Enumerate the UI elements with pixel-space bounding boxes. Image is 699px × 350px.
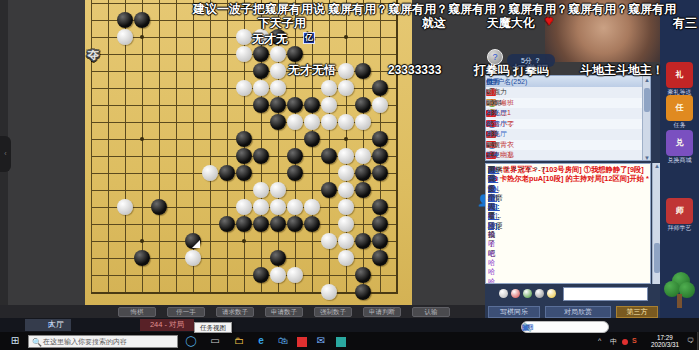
拜师学艺-icon[interactable]: 师 <box>666 198 693 224</box>
white-stone[interactable] <box>338 80 354 96</box>
edge-icon[interactable]: e <box>254 335 268 347</box>
任务-label: 任务 <box>662 121 697 130</box>
taskview-tooltip: 任务视图 <box>194 322 232 333</box>
任务-icon[interactable]: 任 <box>666 95 693 121</box>
screen: ‹ 👤 52人 悔棋停一手请求数子申请数子强制数子申请判断认输 ⊞ 大厅 244… <box>0 0 699 350</box>
tab-hall[interactable]: ⊞ 大厅 <box>25 319 71 331</box>
black-stone[interactable] <box>372 131 388 147</box>
black-stone[interactable] <box>253 97 269 113</box>
white-stone[interactable] <box>270 46 286 62</box>
taskview-icon[interactable]: ▭ <box>208 335 222 347</box>
action-button-认输[interactable]: 认输 <box>412 307 450 317</box>
chat-input[interactable] <box>563 287 648 301</box>
white-stone[interactable] <box>321 97 337 113</box>
store-icon[interactable]: 🛍 <box>276 335 290 347</box>
black-stone[interactable] <box>372 80 388 96</box>
black-stone[interactable] <box>287 46 303 62</box>
black-stone[interactable] <box>270 97 286 113</box>
black-stone[interactable] <box>355 233 371 249</box>
white-stone[interactable] <box>321 114 337 130</box>
white-stone[interactable] <box>236 80 252 96</box>
tray-sogou-icon[interactable]: S <box>632 337 637 344</box>
player-row[interactable]: 端丽青衣6段14544围观 <box>486 140 644 151</box>
tab-game-244[interactable]: 244 - 对局 <box>140 319 194 331</box>
拜师学艺-label: 拜师学艺 <box>662 224 697 233</box>
player-location: 围观 <box>486 140 518 151</box>
black-stone[interactable] <box>185 233 201 249</box>
right-icon-strip: 礼豪礼等送任任务兑兑换商城师拜师学艺 <box>660 0 699 318</box>
ime-skin-icon[interactable]: ▣ <box>522 323 530 333</box>
netease-icon[interactable] <box>297 337 307 347</box>
action-button-强制数子[interactable]: 强制数子 <box>314 307 352 317</box>
black-stone[interactable] <box>253 216 269 232</box>
white-stone[interactable] <box>338 165 354 181</box>
file-explorer-icon[interactable]: 🗀 <box>232 335 246 347</box>
white-stone[interactable] <box>253 199 269 215</box>
player-list[interactable]: 用户名(252)棋力胜负位置 黑点力1段00围观残天遍班6段1064656围观争… <box>485 75 651 161</box>
mail-icon[interactable]: ✉ <box>314 335 328 347</box>
black-stone[interactable] <box>151 199 167 215</box>
black-stone[interactable] <box>270 114 286 130</box>
star-point <box>140 239 144 243</box>
black-stone[interactable] <box>270 250 286 266</box>
white-stone[interactable] <box>355 114 371 130</box>
board-bottom-edge <box>91 292 398 294</box>
last-move-marker <box>192 240 200 248</box>
danmaku-avatar: ? <box>487 49 503 65</box>
white-stone[interactable] <box>236 199 252 215</box>
app-icon[interactable] <box>336 337 346 347</box>
action-button-申请数子[interactable]: 申请数子 <box>265 307 303 317</box>
game-action-bar: 悔棋停一手请求数子申请数子强制数子申请判断认输 <box>0 305 485 318</box>
star-point <box>344 35 348 39</box>
white-stone[interactable] <box>304 199 320 215</box>
tray-chevron-icon[interactable]: ^ <box>598 337 601 344</box>
panel-tab-3[interactable]: 第三方 <box>616 306 658 318</box>
black-stone[interactable] <box>287 148 303 164</box>
panel-tab-1[interactable]: 写棋同乐 <box>488 306 540 318</box>
black-stone[interactable] <box>304 131 320 147</box>
black-stone[interactable] <box>372 199 388 215</box>
white-stone[interactable] <box>321 80 337 96</box>
black-stone[interactable] <box>355 97 371 113</box>
board-right-edge <box>396 0 398 294</box>
chat-log[interactable]: 入时至 [1段]: 就喵烟影之环宛 [1段]: 死了ma?司子宝欢娘 [1段]:… <box>485 163 651 284</box>
white-stone[interactable] <box>253 80 269 96</box>
star-point <box>242 239 246 243</box>
white-stone[interactable] <box>338 216 354 232</box>
white-stone[interactable] <box>185 250 201 266</box>
white-stone[interactable] <box>338 250 354 266</box>
player-location: 月光厅 <box>486 129 518 140</box>
black-stone[interactable] <box>236 131 252 147</box>
white-stone[interactable] <box>270 63 286 79</box>
black-stone[interactable] <box>253 148 269 164</box>
white-stone[interactable] <box>117 199 133 215</box>
white-stone[interactable] <box>355 148 371 164</box>
taskbar-search[interactable]: 🔍 在这里输入你要搜索的内容 <box>28 335 178 348</box>
black-stone[interactable] <box>321 148 337 164</box>
black-stone[interactable] <box>355 267 371 283</box>
white-stone[interactable] <box>321 284 337 300</box>
action-button-悔棋[interactable]: 悔棋 <box>118 307 156 317</box>
black-stone[interactable] <box>287 165 303 181</box>
sogou-ime-bar[interactable]: S 中 。 ⌨ 🔧 ▣ <box>521 321 609 333</box>
player-location: 围观 <box>486 98 518 109</box>
white-stone[interactable] <box>338 63 354 79</box>
panel-tab-2[interactable]: 对局欣赏 <box>545 306 611 318</box>
star-point <box>140 35 144 39</box>
scroll-down-icon[interactable]: ▼ <box>644 154 650 161</box>
black-stone[interactable] <box>219 165 235 181</box>
black-stone[interactable] <box>372 216 388 232</box>
豪礼等送-icon[interactable]: 礼 <box>666 62 693 88</box>
player-location: 玉座 <box>486 150 518 161</box>
emoticon-button[interactable] <box>523 289 532 298</box>
white-stone[interactable] <box>304 114 320 130</box>
black-stone[interactable] <box>236 165 252 181</box>
white-stone[interactable] <box>253 29 269 45</box>
black-stone[interactable] <box>372 148 388 164</box>
chat-scrollbar[interactable]: ▲ <box>652 163 660 284</box>
emoticon-button[interactable] <box>535 289 544 298</box>
white-stone[interactable] <box>338 182 354 198</box>
white-stone[interactable] <box>338 199 354 215</box>
taskbar-clock[interactable]: 17:29 2020/3/31 <box>645 334 685 348</box>
black-stone[interactable] <box>236 216 252 232</box>
black-stone[interactable] <box>304 216 320 232</box>
white-stone[interactable] <box>117 29 133 45</box>
white-stone[interactable] <box>287 114 303 130</box>
black-stone[interactable] <box>253 63 269 79</box>
star-point <box>344 137 348 141</box>
action-button-申请判断[interactable]: 申请判断 <box>363 307 401 317</box>
black-stone[interactable] <box>321 182 337 198</box>
white-stone[interactable] <box>253 182 269 198</box>
player-row[interactable]: 五路小零6段652落雪厅 <box>486 119 644 130</box>
white-stone[interactable] <box>270 80 286 96</box>
right-panel: 用户名(252)棋力胜负位置 黑点力1段00围观残天遍班6段1064656围观争… <box>485 75 660 318</box>
black-stone[interactable] <box>219 216 235 232</box>
white-stone[interactable] <box>338 233 354 249</box>
tray-ime-icon[interactable]: 中 <box>610 337 617 347</box>
search-icon: 🔍 <box>32 337 42 348</box>
player-row[interactable]: 残天遍班6段1064656围观 <box>486 98 644 109</box>
danmaku-text: 就这 <box>422 16 446 30</box>
white-stone[interactable] <box>202 165 218 181</box>
black-stone[interactable] <box>355 284 371 300</box>
black-stone[interactable] <box>287 216 303 232</box>
player-row[interactable]: 争心思16段229280月光厅 <box>486 108 644 119</box>
action-button-停一手[interactable]: 停一手 <box>167 307 205 317</box>
player-location: 月光厅 <box>486 108 518 119</box>
player-list-header[interactable]: 用户名(252)棋力胜负位置 <box>486 76 644 87</box>
black-stone[interactable] <box>355 182 371 198</box>
scroll-thumb[interactable] <box>644 88 650 112</box>
white-stone[interactable] <box>270 267 286 283</box>
emoticon-button[interactable] <box>499 289 508 298</box>
tree-icon <box>664 272 696 312</box>
兑换商城-icon[interactable]: 兑 <box>666 130 693 156</box>
black-stone[interactable] <box>304 97 320 113</box>
tray-red-icon[interactable] <box>622 339 628 345</box>
black-stone[interactable] <box>355 63 371 79</box>
black-stone[interactable] <box>372 165 388 181</box>
white-stone[interactable] <box>372 97 388 113</box>
兑换商城-label: 兑换商城 <box>662 156 697 165</box>
black-stone[interactable] <box>372 250 388 266</box>
black-stone[interactable] <box>253 267 269 283</box>
black-stone[interactable] <box>253 46 269 62</box>
gift-bubble: 5分 ？ <box>507 54 555 67</box>
player-location: 落雪厅 <box>486 119 518 130</box>
player-row[interactable]: 千里幽邈6段444244玉座 <box>486 150 644 161</box>
white-stone[interactable] <box>338 148 354 164</box>
black-stone[interactable] <box>372 233 388 249</box>
white-stone[interactable] <box>270 199 286 215</box>
black-stone[interactable] <box>270 29 286 45</box>
black-stone[interactable] <box>270 216 286 232</box>
emoticon-button[interactable] <box>547 289 556 298</box>
col-header[interactable]: 位置 <box>486 76 510 87</box>
white-stone[interactable] <box>270 182 286 198</box>
white-stone[interactable] <box>287 199 303 215</box>
panel-tabs: 写棋同乐对局欣赏第三方 <box>485 306 660 318</box>
white-stone[interactable] <box>338 114 354 130</box>
black-stone[interactable] <box>134 250 150 266</box>
danmaku-text: 天魔大化 <box>487 16 535 30</box>
side-panel-handle[interactable]: ‹ <box>0 136 11 172</box>
player-row[interactable]: 黑点力1段00围观 <box>486 87 644 98</box>
emoticon-button[interactable] <box>511 289 520 298</box>
start-button[interactable]: ⊞ <box>6 335 24 347</box>
scroll-up-icon[interactable]: ▲ <box>644 76 650 84</box>
notification-icon[interactable]: 🗨 <box>687 337 694 344</box>
chat-input-row <box>485 285 660 305</box>
white-stone[interactable] <box>236 29 252 45</box>
cortana-icon[interactable]: ◯ <box>184 335 198 347</box>
stream-left-margin <box>0 0 85 332</box>
black-stone[interactable] <box>236 148 252 164</box>
black-stone[interactable] <box>134 12 150 28</box>
star-point <box>140 137 144 141</box>
white-stone[interactable] <box>236 46 252 62</box>
player-row[interactable]: 多集6段309232月光厅 <box>486 129 644 140</box>
black-stone[interactable] <box>117 12 133 28</box>
player-list-scrollbar[interactable]: ▲ ▼ <box>642 76 650 161</box>
webcam-video <box>545 0 662 62</box>
go-board[interactable] <box>85 0 412 305</box>
white-stone[interactable] <box>287 267 303 283</box>
black-stone[interactable] <box>355 165 371 181</box>
windows-taskbar: ⊞ 🔍 在这里输入你要搜索的内容 ◯ ▭ 🗀 e 🛍 ✉ ^ 中 S 17:29… <box>0 332 699 350</box>
player-location: 围观 <box>486 87 518 98</box>
black-stone[interactable] <box>287 97 303 113</box>
action-button-请求数子[interactable]: 请求数子 <box>216 307 254 317</box>
white-stone[interactable] <box>321 233 337 249</box>
